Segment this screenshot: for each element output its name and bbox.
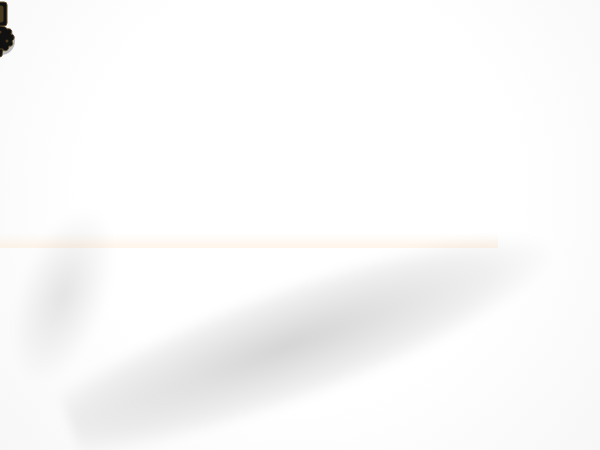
product-photo-stage xyxy=(0,0,600,450)
board-top-face xyxy=(0,0,498,248)
